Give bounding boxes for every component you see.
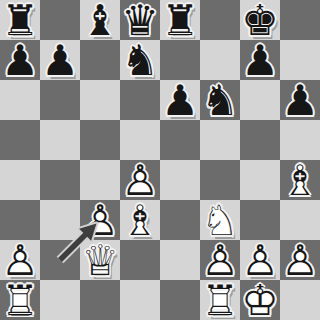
black-pawn-h6[interactable]: ♟ (280, 80, 320, 120)
square-e8[interactable]: ♜ (160, 0, 200, 40)
white-pawn-g2[interactable]: ♟♙ (240, 240, 280, 280)
piece-glyph-fill: ♝ (80, 1, 120, 41)
square-e6[interactable]: ♟ (160, 80, 200, 120)
piece-glyph-fill: ♜ (160, 1, 200, 41)
square-b3[interactable] (40, 200, 80, 240)
black-pawn-e6[interactable]: ♟ (160, 80, 200, 120)
chess-diagram: ♜♝♛♜♚♟♟♞♟♟♞♟♟♙♝♗♟♙♝♗♞♘♟♙♛♕♟♙♟♙♟♙♜♖♜♖♚♔ (0, 0, 320, 320)
white-pawn-h2[interactable]: ♟♙ (280, 240, 320, 280)
piece-glyph-fill: ♟ (280, 241, 320, 281)
piece-glyph-outline: ♖ (0, 281, 40, 320)
piece-glyph-fill: ♟ (0, 41, 40, 81)
piece-glyph-outline: ♕ (80, 241, 120, 281)
piece-glyph-outline: ♙ (240, 241, 280, 281)
square-f6[interactable]: ♞ (200, 80, 240, 120)
piece-glyph-fill: ♝ (280, 161, 320, 201)
square-g5[interactable] (240, 120, 280, 160)
square-b2[interactable] (40, 240, 80, 280)
square-h8[interactable] (280, 0, 320, 40)
square-e7[interactable] (160, 40, 200, 80)
piece-glyph-fill: ♟ (240, 41, 280, 81)
white-queen-c2[interactable]: ♛♕ (80, 240, 120, 280)
square-d5[interactable] (120, 120, 160, 160)
square-f8[interactable] (200, 0, 240, 40)
square-f3[interactable]: ♞♘ (200, 200, 240, 240)
square-e1[interactable] (160, 280, 200, 320)
piece-glyph-fill: ♚ (240, 281, 280, 320)
piece-glyph-fill: ♟ (0, 241, 40, 281)
black-queen-d8[interactable]: ♛ (120, 0, 160, 40)
white-rook-a1[interactable]: ♜♖ (0, 280, 40, 320)
square-c1[interactable] (80, 280, 120, 320)
square-c8[interactable]: ♝ (80, 0, 120, 40)
square-a8[interactable]: ♜ (0, 0, 40, 40)
square-b4[interactable] (40, 160, 80, 200)
white-bishop-d3[interactable]: ♝♗ (120, 200, 160, 240)
white-bishop-h4[interactable]: ♝♗ (280, 160, 320, 200)
square-d4[interactable]: ♟♙ (120, 160, 160, 200)
square-d6[interactable] (120, 80, 160, 120)
square-f5[interactable] (200, 120, 240, 160)
black-king-g8[interactable]: ♚ (240, 0, 280, 40)
square-h3[interactable] (280, 200, 320, 240)
square-h6[interactable]: ♟ (280, 80, 320, 120)
white-pawn-c3[interactable]: ♟♙ (80, 200, 120, 240)
square-g7[interactable]: ♟ (240, 40, 280, 80)
black-bishop-c8[interactable]: ♝ (80, 0, 120, 40)
square-f2[interactable]: ♟♙ (200, 240, 240, 280)
square-c5[interactable] (80, 120, 120, 160)
square-g3[interactable] (240, 200, 280, 240)
piece-glyph-fill: ♟ (240, 241, 280, 281)
black-pawn-a7[interactable]: ♟ (0, 40, 40, 80)
square-h5[interactable] (280, 120, 320, 160)
piece-glyph-fill: ♜ (0, 281, 40, 320)
black-rook-e8[interactable]: ♜ (160, 0, 200, 40)
piece-glyph-fill: ♝ (120, 201, 160, 241)
piece-glyph-fill: ♟ (200, 241, 240, 281)
square-d1[interactable] (120, 280, 160, 320)
square-c6[interactable] (80, 80, 120, 120)
white-pawn-d4[interactable]: ♟♙ (120, 160, 160, 200)
square-a6[interactable] (0, 80, 40, 120)
piece-glyph-fill: ♛ (80, 241, 120, 281)
white-king-g1[interactable]: ♚♔ (240, 280, 280, 320)
square-c3[interactable]: ♟♙ (80, 200, 120, 240)
square-f7[interactable] (200, 40, 240, 80)
black-rook-a8[interactable]: ♜ (0, 0, 40, 40)
square-g1[interactable]: ♚♔ (240, 280, 280, 320)
square-g4[interactable] (240, 160, 280, 200)
piece-glyph-fill: ♟ (40, 41, 80, 81)
piece-glyph-fill: ♚ (240, 1, 280, 41)
square-f1[interactable]: ♜♖ (200, 280, 240, 320)
piece-glyph-fill: ♟ (120, 161, 160, 201)
square-g2[interactable]: ♟♙ (240, 240, 280, 280)
square-b1[interactable] (40, 280, 80, 320)
square-a5[interactable] (0, 120, 40, 160)
piece-glyph-fill: ♞ (200, 81, 240, 121)
chess-board: ♜♝♛♜♚♟♟♞♟♟♞♟♟♙♝♗♟♙♝♗♞♘♟♙♛♕♟♙♟♙♟♙♜♖♜♖♚♔ (0, 0, 320, 320)
square-h7[interactable] (280, 40, 320, 80)
piece-glyph-fill: ♞ (120, 41, 160, 81)
square-h4[interactable]: ♝♗ (280, 160, 320, 200)
square-e2[interactable] (160, 240, 200, 280)
white-pawn-a2[interactable]: ♟♙ (0, 240, 40, 280)
piece-glyph-outline: ♗ (120, 201, 160, 241)
black-knight-d7[interactable]: ♞ (120, 40, 160, 80)
square-b8[interactable] (40, 0, 80, 40)
square-a4[interactable] (0, 160, 40, 200)
piece-glyph-fill: ♟ (80, 201, 120, 241)
square-h1[interactable] (280, 280, 320, 320)
square-c7[interactable] (80, 40, 120, 80)
square-g8[interactable]: ♚ (240, 0, 280, 40)
square-e3[interactable] (160, 200, 200, 240)
square-d8[interactable]: ♛ (120, 0, 160, 40)
square-h2[interactable]: ♟♙ (280, 240, 320, 280)
piece-glyph-outline: ♘ (200, 201, 240, 241)
square-a2[interactable]: ♟♙ (0, 240, 40, 280)
black-knight-f6[interactable]: ♞ (200, 80, 240, 120)
square-c2[interactable]: ♛♕ (80, 240, 120, 280)
piece-glyph-outline: ♙ (0, 241, 40, 281)
square-g6[interactable] (240, 80, 280, 120)
square-c4[interactable] (80, 160, 120, 200)
piece-glyph-fill: ♜ (0, 1, 40, 41)
piece-glyph-outline: ♖ (200, 281, 240, 320)
piece-glyph-fill: ♛ (120, 1, 160, 41)
square-a3[interactable] (0, 200, 40, 240)
square-e4[interactable] (160, 160, 200, 200)
piece-glyph-outline: ♙ (280, 241, 320, 281)
square-f4[interactable] (200, 160, 240, 200)
square-b5[interactable] (40, 120, 80, 160)
white-rook-f1[interactable]: ♜♖ (200, 280, 240, 320)
white-knight-f3[interactable]: ♞♘ (200, 200, 240, 240)
piece-glyph-fill: ♟ (280, 81, 320, 121)
white-pawn-f2[interactable]: ♟♙ (200, 240, 240, 280)
square-e5[interactable] (160, 120, 200, 160)
square-a1[interactable]: ♜♖ (0, 280, 40, 320)
piece-glyph-outline: ♙ (80, 201, 120, 241)
piece-glyph-outline: ♙ (200, 241, 240, 281)
piece-glyph-fill: ♞ (200, 201, 240, 241)
black-pawn-g7[interactable]: ♟ (240, 40, 280, 80)
piece-glyph-fill: ♟ (160, 81, 200, 121)
square-d7[interactable]: ♞ (120, 40, 160, 80)
piece-glyph-outline: ♗ (280, 161, 320, 201)
piece-glyph-fill: ♜ (200, 281, 240, 320)
piece-glyph-outline: ♔ (240, 281, 280, 320)
black-pawn-b7[interactable]: ♟ (40, 40, 80, 80)
square-b6[interactable] (40, 80, 80, 120)
square-b7[interactable]: ♟ (40, 40, 80, 80)
square-d2[interactable] (120, 240, 160, 280)
square-d3[interactable]: ♝♗ (120, 200, 160, 240)
square-a7[interactable]: ♟ (0, 40, 40, 80)
piece-glyph-outline: ♙ (120, 161, 160, 201)
